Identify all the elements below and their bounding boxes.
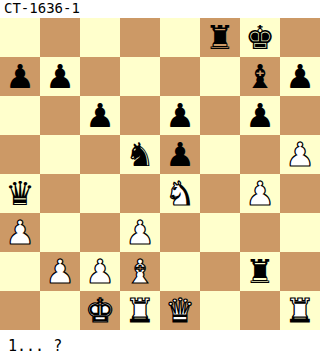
square-a5[interactable] (0, 135, 40, 174)
square-b8[interactable] (40, 18, 80, 57)
puzzle-id: CT-1636-1 (0, 0, 320, 18)
square-d2[interactable]: ♝ (120, 252, 160, 291)
square-f4[interactable] (200, 174, 240, 213)
square-h1[interactable]: ♜ (280, 291, 320, 330)
square-h8[interactable] (280, 18, 320, 57)
square-f6[interactable] (200, 96, 240, 135)
white-rook-icon[interactable]: ♜ (125, 291, 155, 330)
white-pawn-icon[interactable]: ♟ (125, 213, 155, 252)
square-e2[interactable] (160, 252, 200, 291)
white-rook-icon[interactable]: ♜ (285, 291, 315, 330)
square-d3[interactable]: ♟ (120, 213, 160, 252)
black-knight-icon[interactable]: ♞ (125, 135, 155, 174)
square-f8[interactable]: ♜ (200, 18, 240, 57)
square-g4[interactable]: ♟ (240, 174, 280, 213)
square-c7[interactable] (80, 57, 120, 96)
white-pawn-icon[interactable]: ♟ (245, 174, 275, 213)
square-h3[interactable] (280, 213, 320, 252)
white-pawn-icon[interactable]: ♟ (45, 252, 75, 291)
square-h2[interactable] (280, 252, 320, 291)
white-queen-icon[interactable]: ♛ (165, 291, 195, 330)
square-c8[interactable] (80, 18, 120, 57)
square-b4[interactable] (40, 174, 80, 213)
square-c4[interactable] (80, 174, 120, 213)
square-c2[interactable]: ♟ (80, 252, 120, 291)
square-g2[interactable]: ♜ (240, 252, 280, 291)
square-h7[interactable]: ♟ (280, 57, 320, 96)
square-a7[interactable]: ♟ (0, 57, 40, 96)
square-d4[interactable] (120, 174, 160, 213)
white-pawn-icon[interactable]: ♟ (85, 252, 115, 291)
white-knight-icon[interactable]: ♞ (165, 174, 195, 213)
square-g3[interactable] (240, 213, 280, 252)
square-c1[interactable]: ♚ (80, 291, 120, 330)
square-b6[interactable] (40, 96, 80, 135)
square-a8[interactable] (0, 18, 40, 57)
black-pawn-icon[interactable]: ♟ (85, 96, 115, 135)
white-pawn-icon[interactable]: ♟ (5, 213, 35, 252)
square-g1[interactable] (240, 291, 280, 330)
white-bishop-icon[interactable]: ♝ (125, 252, 155, 291)
black-pawn-icon[interactable]: ♟ (5, 57, 35, 96)
square-e8[interactable] (160, 18, 200, 57)
square-e7[interactable] (160, 57, 200, 96)
square-c5[interactable] (80, 135, 120, 174)
square-e6[interactable]: ♟ (160, 96, 200, 135)
square-a1[interactable] (0, 291, 40, 330)
square-e5[interactable]: ♟ (160, 135, 200, 174)
square-c3[interactable] (80, 213, 120, 252)
chess-board: ♜♚♟♟♝♟♟♟♟♞♟♟♛♞♟♟♟♟♟♝♜♚♜♛♜ (0, 18, 320, 330)
black-rook-icon[interactable]: ♜ (205, 18, 235, 57)
square-g5[interactable] (240, 135, 280, 174)
square-d8[interactable] (120, 18, 160, 57)
square-a4[interactable]: ♛ (0, 174, 40, 213)
square-a2[interactable] (0, 252, 40, 291)
square-c6[interactable]: ♟ (80, 96, 120, 135)
square-d5[interactable]: ♞ (120, 135, 160, 174)
square-e3[interactable] (160, 213, 200, 252)
square-a6[interactable] (0, 96, 40, 135)
square-g7[interactable]: ♝ (240, 57, 280, 96)
square-g8[interactable]: ♚ (240, 18, 280, 57)
black-pawn-icon[interactable]: ♟ (45, 57, 75, 96)
square-d7[interactable] (120, 57, 160, 96)
move-prompt: 1... ? (0, 330, 320, 360)
black-pawn-icon[interactable]: ♟ (165, 135, 195, 174)
square-e4[interactable]: ♞ (160, 174, 200, 213)
square-f5[interactable] (200, 135, 240, 174)
square-f2[interactable] (200, 252, 240, 291)
white-pawn-icon[interactable]: ♟ (285, 135, 315, 174)
white-king-icon[interactable]: ♚ (85, 291, 115, 330)
square-d1[interactable]: ♜ (120, 291, 160, 330)
square-f3[interactable] (200, 213, 240, 252)
black-queen-icon[interactable]: ♛ (5, 174, 35, 213)
square-h6[interactable] (280, 96, 320, 135)
square-b7[interactable]: ♟ (40, 57, 80, 96)
black-pawn-icon[interactable]: ♟ (285, 57, 315, 96)
square-e1[interactable]: ♛ (160, 291, 200, 330)
square-f1[interactable] (200, 291, 240, 330)
square-a3[interactable]: ♟ (0, 213, 40, 252)
black-rook-icon[interactable]: ♜ (245, 252, 275, 291)
square-h5[interactable]: ♟ (280, 135, 320, 174)
square-h4[interactable] (280, 174, 320, 213)
black-bishop-icon[interactable]: ♝ (245, 57, 275, 96)
square-b5[interactable] (40, 135, 80, 174)
square-f7[interactable] (200, 57, 240, 96)
black-pawn-icon[interactable]: ♟ (165, 96, 195, 135)
square-b3[interactable] (40, 213, 80, 252)
square-g6[interactable]: ♟ (240, 96, 280, 135)
square-d6[interactable] (120, 96, 160, 135)
black-king-icon[interactable]: ♚ (245, 18, 275, 57)
square-b2[interactable]: ♟ (40, 252, 80, 291)
square-b1[interactable] (40, 291, 80, 330)
black-pawn-icon[interactable]: ♟ (245, 96, 275, 135)
